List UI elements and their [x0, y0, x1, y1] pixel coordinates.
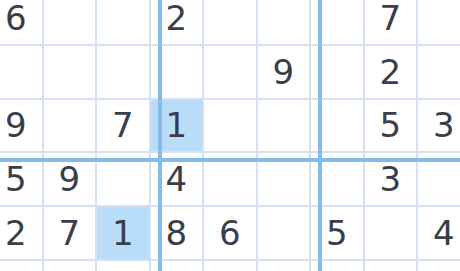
sudoku-cell-r4c2[interactable]: 9	[44, 153, 96, 205]
sudoku-cell-r1c6[interactable]	[258, 0, 310, 44]
sudoku-cell-r4c8[interactable]: 3	[365, 153, 417, 205]
sudoku-cell-r6c7[interactable]	[311, 261, 363, 271]
sudoku-cell-r4c7[interactable]	[311, 153, 363, 205]
sudoku-cell-r3c2[interactable]	[44, 100, 96, 152]
sudoku-cell-r1c8[interactable]: 7	[365, 0, 417, 44]
sudoku-cell-r3c4[interactable]: 1	[151, 100, 203, 152]
sudoku-cell-r1c4[interactable]: 2	[151, 0, 203, 44]
sudoku-cell-r6c3[interactable]	[97, 261, 149, 271]
sudoku-cell-r6c1[interactable]	[0, 261, 42, 271]
sudoku-cell-r4c6[interactable]	[258, 153, 310, 205]
sudoku-cell-r3c7[interactable]	[311, 100, 363, 152]
sudoku-cell-r5c6[interactable]	[258, 207, 310, 259]
sudoku-cell-r1c7[interactable]	[311, 0, 363, 44]
sudoku-cell-r4c1[interactable]: 5	[0, 153, 42, 205]
sudoku-grid: 627929715359432718654	[0, 0, 460, 271]
sudoku-cell-r3c1[interactable]: 9	[0, 100, 42, 152]
sudoku-cell-r6c8[interactable]	[365, 261, 417, 271]
sudoku-cell-r5c1[interactable]: 2	[0, 207, 42, 259]
sudoku-cell-r2c8[interactable]: 2	[365, 46, 417, 98]
sudoku-cell-r5c8[interactable]	[365, 207, 417, 259]
sudoku-board-viewport: 627929715359432718654	[0, 0, 460, 271]
sudoku-cell-r6c2[interactable]	[44, 261, 96, 271]
sudoku-cell-r1c1[interactable]: 6	[0, 0, 42, 44]
sudoku-cell-r2c6[interactable]: 9	[258, 46, 310, 98]
sudoku-cell-r6c4[interactable]	[151, 261, 203, 271]
sudoku-cell-r1c2[interactable]	[44, 0, 96, 44]
sudoku-cell-r3c9[interactable]: 3	[418, 100, 460, 152]
sudoku-cell-r6c5[interactable]	[204, 261, 256, 271]
sudoku-cell-r6c6[interactable]	[258, 261, 310, 271]
sudoku-cell-r2c2[interactable]	[44, 46, 96, 98]
sudoku-cell-r3c8[interactable]: 5	[365, 100, 417, 152]
sudoku-cell-r1c9[interactable]	[418, 0, 460, 44]
sudoku-cell-r5c7[interactable]: 5	[311, 207, 363, 259]
sudoku-cell-r2c3[interactable]	[97, 46, 149, 98]
sudoku-cell-r6c9[interactable]	[418, 261, 460, 271]
sudoku-cell-r1c3[interactable]	[97, 0, 149, 44]
sudoku-cell-r5c5[interactable]: 6	[204, 207, 256, 259]
sudoku-cell-r3c3[interactable]: 7	[97, 100, 149, 152]
sudoku-cell-r2c5[interactable]	[204, 46, 256, 98]
sudoku-cell-r2c9[interactable]	[418, 46, 460, 98]
sudoku-cell-r1c5[interactable]	[204, 0, 256, 44]
sudoku-cell-r3c6[interactable]	[258, 100, 310, 152]
sudoku-cell-r2c4[interactable]	[151, 46, 203, 98]
sudoku-cell-r2c1[interactable]	[0, 46, 42, 98]
sudoku-cell-r4c5[interactable]	[204, 153, 256, 205]
sudoku-cell-r4c9[interactable]	[418, 153, 460, 205]
sudoku-cell-r2c7[interactable]	[311, 46, 363, 98]
sudoku-cell-r4c3[interactable]	[97, 153, 149, 205]
sudoku-cell-r5c3[interactable]: 1	[97, 207, 149, 259]
sudoku-cell-r5c4[interactable]: 8	[151, 207, 203, 259]
sudoku-cell-r5c2[interactable]: 7	[44, 207, 96, 259]
sudoku-cell-r4c4[interactable]: 4	[151, 153, 203, 205]
sudoku-cell-r3c5[interactable]	[204, 100, 256, 152]
sudoku-cell-r5c9[interactable]: 4	[418, 207, 460, 259]
